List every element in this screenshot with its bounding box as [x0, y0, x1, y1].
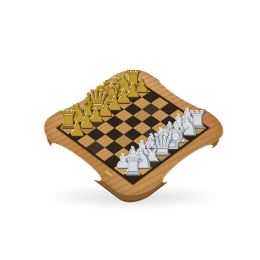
chess-set-photo: ♜♟♟♜♞♟♟♞♝♟♟♝♚♟♟♚♛♟♟♛♝♟♟♝♞♟♟♞♜♟♟♜ — [0, 0, 260, 260]
brass-clasp — [102, 170, 112, 178]
chess-board — [33, 63, 234, 203]
wooden-board — [33, 63, 234, 203]
